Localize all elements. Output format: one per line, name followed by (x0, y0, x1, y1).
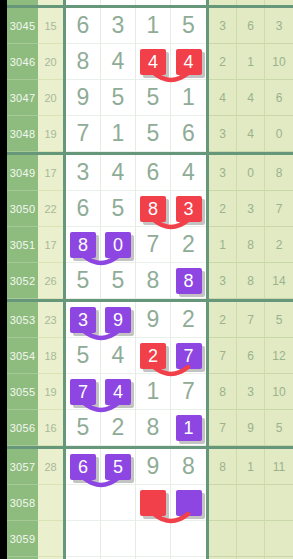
stat-cell: 3 (237, 374, 265, 410)
digit-cell: 5 (101, 263, 136, 299)
digit-cell: 3 (171, 191, 206, 227)
red-highlight-square (140, 490, 166, 516)
digit-cell: 7 (136, 227, 171, 263)
stat-cell: 5 (265, 410, 293, 446)
digit-cell: 0 (101, 227, 136, 263)
lottery-trend-screen: 3045156315363304620844421103047209551446… (0, 0, 293, 559)
stat-cell: 0 (237, 155, 265, 191)
digit-cell: 2 (136, 338, 171, 374)
period-cell: 3052 (7, 263, 38, 299)
trend-row-3054: 30541854277612 (7, 338, 293, 374)
trend-row-3053: 3053233992275 (7, 302, 293, 338)
stat-cell: 14 (265, 263, 293, 299)
stat-cell: 7 (209, 410, 237, 446)
purple-highlight-square: 5 (105, 454, 131, 480)
red-highlight-square: 3 (176, 196, 202, 222)
trend-row-3048: 3048197156340 (7, 116, 293, 152)
digit-cell: 3 (66, 302, 101, 338)
sum-cell: 16 (38, 410, 63, 446)
trend-row-3059: 3059 (7, 521, 293, 557)
digit-cell: 4 (101, 374, 136, 410)
digit-cell: 9 (136, 302, 171, 338)
trend-row-3058: 3058 (7, 485, 293, 521)
stat-cell: 5 (265, 302, 293, 338)
stat-cell: 8 (237, 263, 265, 299)
digit-cell (171, 0, 206, 5)
digit-cell (101, 0, 136, 5)
stat-cell: 3 (209, 116, 237, 152)
sum-cell: 17 (38, 227, 63, 263)
digit-cell: 6 (66, 449, 101, 485)
digit-cell: 8 (66, 44, 101, 80)
purple-highlight-square: 9 (105, 307, 131, 333)
digit-cell: 4 (136, 44, 171, 80)
digit-cell: 5 (66, 410, 101, 446)
period-cell: 3059 (7, 521, 38, 557)
stat-cell: 4 (237, 116, 265, 152)
trend-row-3051: 3051178072182 (7, 227, 293, 263)
digit-cell: 1 (101, 116, 136, 152)
digit-cell: 2 (101, 410, 136, 446)
digit-cell: 9 (101, 302, 136, 338)
digit-cell: 1 (136, 8, 171, 44)
sum-cell: 22 (38, 191, 63, 227)
purple-highlight-square: 6 (70, 454, 96, 480)
digit-cell: 4 (101, 44, 136, 80)
stat-cell (265, 521, 293, 557)
sum-cell: 20 (38, 80, 63, 116)
stat-cell: 2 (209, 302, 237, 338)
digit-cell: 4 (101, 155, 136, 191)
digit-cell (136, 521, 171, 557)
stat-cell: 6 (237, 338, 265, 374)
sum-cell: 15 (38, 8, 63, 44)
trend-row-partial (7, 0, 293, 5)
digit-cell: 8 (171, 263, 206, 299)
sum-cell (38, 521, 63, 557)
digit-cell: 8 (66, 227, 101, 263)
digit-cell: 7 (66, 374, 101, 410)
digit-cell: 6 (136, 155, 171, 191)
digit-cell: 8 (136, 263, 171, 299)
digit-cell: 5 (101, 80, 136, 116)
digit-cell: 5 (101, 449, 136, 485)
trend-row-3047: 3047209551446 (7, 80, 293, 116)
digit-cell (66, 485, 101, 521)
digit-cell: 7 (66, 116, 101, 152)
stat-cell: 8 (265, 155, 293, 191)
stat-cell: 2 (209, 44, 237, 80)
digit-cell (171, 521, 206, 557)
stat-cell: 8 (209, 374, 237, 410)
stat-cell: 3 (265, 8, 293, 44)
period-cell: 3046 (7, 44, 38, 80)
purple-highlight-square: 3 (70, 307, 96, 333)
trend-row-3050: 3050226583237 (7, 191, 293, 227)
stat-cell (237, 0, 265, 5)
stat-cell: 6 (237, 8, 265, 44)
trend-row-3057: 30572865988111 (7, 449, 293, 485)
digit-cell: 4 (171, 155, 206, 191)
stat-cell (209, 485, 237, 521)
purple-highlight-square: 0 (105, 232, 131, 258)
trend-row-3045: 3045156315363 (7, 8, 293, 44)
purple-highlight-square: 8 (70, 232, 96, 258)
trend-row-3056: 3056165281795 (7, 410, 293, 446)
stat-cell: 1 (209, 227, 237, 263)
stat-cell: 4 (209, 80, 237, 116)
trend-row-3052: 30522655883814 (7, 263, 293, 299)
digit-cell (136, 485, 171, 521)
sum-cell: 26 (38, 263, 63, 299)
digit-cell: 4 (101, 338, 136, 374)
red-highlight-square: 4 (176, 49, 202, 75)
period-cell: 3050 (7, 191, 38, 227)
digit-cell (101, 521, 136, 557)
stat-cell: 12 (265, 338, 293, 374)
stat-cell: 7 (237, 302, 265, 338)
digit-cell: 7 (171, 374, 206, 410)
stat-cell: 11 (265, 449, 293, 485)
digit-cell: 5 (66, 338, 101, 374)
sum-cell: 17 (38, 155, 63, 191)
stat-cell: 1 (237, 449, 265, 485)
period-cell: 3057 (7, 449, 38, 485)
stat-cell (209, 0, 237, 5)
stat-cell: 7 (209, 338, 237, 374)
purple-highlight-square (176, 490, 202, 516)
sum-cell: 18 (38, 338, 63, 374)
red-highlight-square: 2 (140, 343, 166, 369)
trend-row-3049: 3049173464308 (7, 155, 293, 191)
period-cell: 3047 (7, 80, 38, 116)
digit-cell: 8 (171, 449, 206, 485)
digit-cell: 7 (171, 338, 206, 374)
digit-cell: 1 (136, 374, 171, 410)
sum-cell: 23 (38, 302, 63, 338)
sum-cell: 19 (38, 116, 63, 152)
period-cell: 3048 (7, 116, 38, 152)
period-cell: 3054 (7, 338, 38, 374)
digit-cell (136, 0, 171, 5)
digit-cell: 1 (171, 410, 206, 446)
purple-highlight-square: 7 (176, 343, 202, 369)
sum-cell: 19 (38, 374, 63, 410)
purple-highlight-square: 7 (70, 379, 96, 405)
period-cell: 3058 (7, 485, 38, 521)
digit-cell: 9 (136, 449, 171, 485)
digit-cell: 3 (66, 155, 101, 191)
stat-cell: 2 (209, 191, 237, 227)
stat-cell: 3 (237, 191, 265, 227)
digit-cell: 2 (171, 302, 206, 338)
stat-cell: 2 (265, 227, 293, 263)
stat-cell: 0 (265, 116, 293, 152)
trend-row-3055: 30551974178310 (7, 374, 293, 410)
period-cell: 3045 (7, 8, 38, 44)
trend-chart-board[interactable]: 3045156315363304620844421103047209551446… (7, 0, 293, 559)
screen-left-edge (0, 0, 7, 559)
period-cell: 3051 (7, 227, 38, 263)
period-cell: 3049 (7, 155, 38, 191)
digit-cell: 5 (171, 8, 206, 44)
stat-cell (237, 485, 265, 521)
digit-cell (101, 485, 136, 521)
stat-cell: 8 (209, 449, 237, 485)
purple-highlight-square: 1 (176, 415, 202, 441)
stat-cell: 8 (237, 227, 265, 263)
purple-highlight-square: 8 (176, 268, 202, 294)
stat-cell: 9 (237, 410, 265, 446)
trend-row-3046: 30462084442110 (7, 44, 293, 80)
stat-cell (265, 485, 293, 521)
period-cell: 3055 (7, 374, 38, 410)
digit-cell: 5 (136, 80, 171, 116)
digit-cell: 6 (66, 8, 101, 44)
digit-cell: 6 (171, 116, 206, 152)
period-cell: 3056 (7, 410, 38, 446)
digit-cell: 5 (101, 191, 136, 227)
stat-cell: 6 (265, 80, 293, 116)
digit-cell: 8 (136, 410, 171, 446)
digit-cell: 2 (171, 227, 206, 263)
stat-cell (209, 521, 237, 557)
stat-cell: 3 (209, 8, 237, 44)
stat-cell: 3 (209, 263, 237, 299)
digit-cell: 6 (66, 191, 101, 227)
red-highlight-square: 8 (140, 196, 166, 222)
digit-cell (66, 0, 101, 5)
digit-cell: 8 (136, 191, 171, 227)
period-cell: 3053 (7, 302, 38, 338)
purple-highlight-square: 4 (105, 379, 131, 405)
digit-cell: 3 (101, 8, 136, 44)
digit-cell (66, 521, 101, 557)
period-cell (7, 0, 38, 5)
digit-cell: 9 (66, 80, 101, 116)
stat-cell: 7 (265, 191, 293, 227)
digit-cell (171, 485, 206, 521)
stat-cell: 10 (265, 44, 293, 80)
stat-cell: 4 (237, 80, 265, 116)
sum-cell (38, 485, 63, 521)
stat-cell (237, 521, 265, 557)
digit-cell: 4 (171, 44, 206, 80)
digit-cell: 5 (136, 116, 171, 152)
sum-cell: 20 (38, 44, 63, 80)
stat-cell: 1 (237, 44, 265, 80)
digit-cell: 1 (171, 80, 206, 116)
stat-cell: 10 (265, 374, 293, 410)
stat-cell: 3 (209, 155, 237, 191)
sum-cell (38, 0, 63, 5)
digit-cell: 5 (66, 263, 101, 299)
red-highlight-square: 4 (140, 49, 166, 75)
stat-cell (265, 0, 293, 5)
sum-cell: 28 (38, 449, 63, 485)
